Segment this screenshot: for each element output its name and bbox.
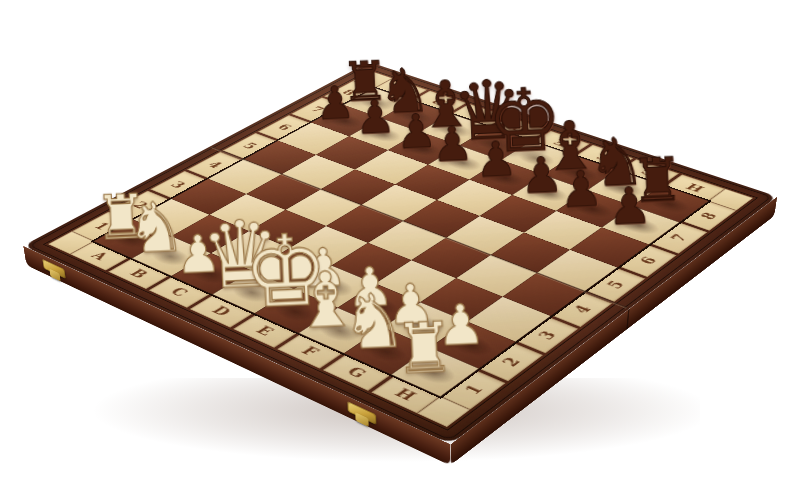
white-rook: ♜ [393, 314, 456, 382]
chess-board-3d: ABCDEFGH ABCDEFGH 87654321 87654321 ♜♞♝♛… [23, 62, 777, 444]
black-pawn: ♟ [430, 122, 473, 169]
black-pawn: ♟ [314, 82, 355, 127]
black-pawn: ♟ [474, 137, 518, 185]
black-pawn: ♟ [606, 182, 652, 232]
board-scene: ABCDEFGH ABCDEFGH 87654321 87654321 ♜♞♝♛… [0, 0, 785, 494]
black-pawn: ♟ [519, 152, 563, 200]
black-pawn: ♟ [354, 95, 396, 140]
chess-set-photo: ABCDEFGH ABCDEFGH 87654321 87654321 ♜♞♝♛… [0, 0, 785, 494]
black-pawn: ♟ [558, 166, 603, 215]
box-fold-seam [626, 309, 629, 330]
board-frame: ABCDEFGH ABCDEFGH 87654321 87654321 ♜♞♝♛… [23, 62, 777, 444]
